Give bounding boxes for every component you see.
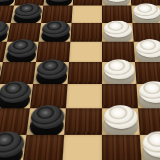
square-r6c3-dark[interactable] [64,108,102,135]
square-r4c3-dark[interactable] [68,62,102,84]
square-r2c2-light[interactable] [39,23,72,42]
square-r5c3-light[interactable] [66,84,102,108]
checkers-screenshot [0,0,160,160]
square-r5c1-light[interactable] [0,84,33,108]
square-r6c4-light[interactable] [102,108,140,135]
black-checker-piece[interactable] [3,42,39,62]
square-r3c5-light[interactable] [134,42,160,62]
piece-top-face [103,20,132,37]
piece-top-face [132,3,160,19]
white-checker-piece[interactable] [140,135,160,160]
square-r4c4-light[interactable] [102,62,136,84]
black-checker-piece[interactable] [26,108,66,135]
square-r7c3-light[interactable] [62,135,102,160]
square-r7c1-light[interactable] [0,135,26,160]
square-r1c5-light[interactable] [131,6,160,23]
black-checker-piece[interactable] [0,84,33,108]
square-r2c3-dark[interactable] [70,23,102,42]
white-checker-piece[interactable] [134,42,160,62]
square-r5c5-light[interactable] [136,84,160,108]
square-r3c3-light[interactable] [69,42,102,62]
checkers-board [0,0,160,160]
black-checker-piece[interactable] [33,62,69,84]
square-r1c1-light[interactable] [11,6,44,23]
white-checker-piece[interactable] [131,6,160,23]
square-r3c1-light[interactable] [3,42,39,62]
square-r1c3-light[interactable] [72,6,102,23]
square-r2c4-light[interactable] [102,23,134,42]
black-checker-piece[interactable] [0,135,26,160]
white-checker-piece[interactable] [136,84,160,108]
black-checker-piece[interactable] [39,23,72,42]
square-r7c4-dark[interactable] [102,135,142,160]
square-r7c5-light[interactable] [140,135,160,160]
square-r6c2-light[interactable] [26,108,66,135]
square-r7c2-dark[interactable] [23,135,65,160]
square-r4c2-light[interactable] [33,62,69,84]
white-checker-piece[interactable] [102,108,140,135]
white-checker-piece[interactable] [102,23,134,42]
black-checker-piece[interactable] [11,6,44,23]
white-checker-piece[interactable] [102,62,136,84]
